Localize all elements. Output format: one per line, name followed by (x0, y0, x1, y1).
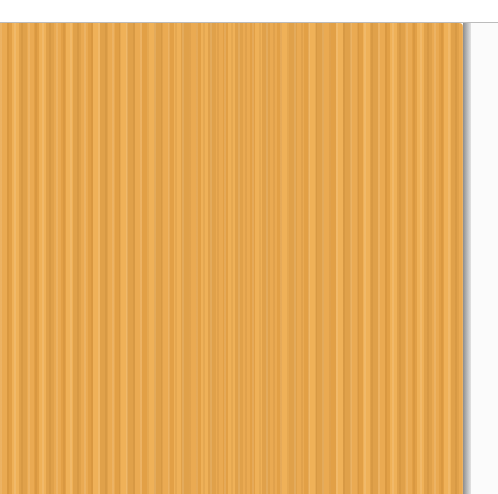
go-diagram-screen (0, 0, 498, 494)
right-coordinate-strip (471, 23, 498, 494)
top-coordinate-strip (0, 0, 498, 23)
go-board[interactable] (0, 23, 463, 494)
board-edge-shadow (463, 23, 471, 494)
